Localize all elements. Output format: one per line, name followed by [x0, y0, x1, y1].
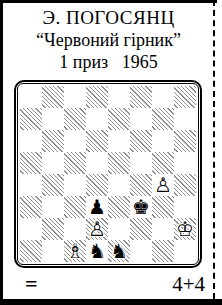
page-border-bottom [0, 299, 222, 305]
stipulation-result: = [25, 271, 38, 297]
board-square-g1 [152, 240, 174, 262]
board-square-b2 [42, 218, 64, 240]
board-square-d1: ♞ [86, 240, 108, 262]
material-count: 4+4 [172, 272, 205, 297]
board-square-a4 [20, 174, 42, 196]
piece-white-king-h2: ♔ [174, 218, 196, 240]
board-square-g4: ♙ [152, 174, 174, 196]
board-square-h7 [174, 108, 196, 130]
board-square-a3 [20, 196, 42, 218]
board-square-e3 [108, 196, 130, 218]
award-line: 1 приз 1965 [3, 51, 214, 73]
board-square-a7 [20, 108, 42, 130]
board-square-c5 [64, 152, 86, 174]
board-square-d3: ♟ [86, 196, 108, 218]
board-square-f2 [130, 218, 152, 240]
board-square-a1 [20, 240, 42, 262]
board-square-f5 [130, 152, 152, 174]
board-square-b1 [42, 240, 64, 262]
piece-black-knight-e1: ♞ [108, 240, 130, 262]
page-scan: Э. ПОГОСЯНЦ “Червоний гірник” 1 приз 196… [0, 0, 222, 305]
board-square-d5 [86, 152, 108, 174]
board-square-g3 [152, 196, 174, 218]
board-square-a5 [20, 152, 42, 174]
board-square-e8 [108, 86, 130, 108]
board-square-a2 [20, 218, 42, 240]
piece-white-bishop-c1: ♗ [64, 240, 86, 262]
source-title: “Червоний гірник” [3, 29, 214, 51]
board-square-g7 [152, 108, 174, 130]
board-square-h3 [174, 196, 196, 218]
board-square-c8 [64, 86, 86, 108]
board-square-h4 [174, 174, 196, 196]
board-square-c6 [64, 130, 86, 152]
board-square-g6 [152, 130, 174, 152]
diagram-header: Э. ПОГОСЯНЦ “Червоний гірник” 1 приз 196… [3, 7, 214, 73]
board-square-b4 [42, 174, 64, 196]
board-square-b5 [42, 152, 64, 174]
board-square-h5 [174, 152, 196, 174]
board-square-f1 [130, 240, 152, 262]
board-square-d4 [86, 174, 108, 196]
board-square-g2 [152, 218, 174, 240]
page-border-top [0, 0, 217, 3]
board-square-e1: ♞ [108, 240, 130, 262]
piece-black-king-f3: ♚ [130, 196, 152, 218]
board-square-h8 [174, 86, 196, 108]
board-square-c4 [64, 174, 86, 196]
board-square-b3 [42, 196, 64, 218]
stipulation-row: = 4+4 [3, 271, 214, 297]
board-square-c1: ♗ [64, 240, 86, 262]
board-square-e7 [108, 108, 130, 130]
board-square-d2: ♙ [86, 218, 108, 240]
board-square-c3 [64, 196, 86, 218]
board-square-e6 [108, 130, 130, 152]
board-square-c7 [64, 108, 86, 130]
board-square-h2: ♔ [174, 218, 196, 240]
board-square-a8 [20, 86, 42, 108]
board-square-c2 [64, 218, 86, 240]
board-square-e5 [108, 152, 130, 174]
board-square-e4 [108, 174, 130, 196]
chessboard: ♙♟♚♙♔♗♞♞ [20, 86, 196, 262]
piece-white-pawn-g4: ♙ [152, 174, 174, 196]
board-square-h1 [174, 240, 196, 262]
chessboard-frame: ♙♟♚♙♔♗♞♞ [14, 80, 202, 268]
composer-name: Э. ПОГОСЯНЦ [3, 7, 214, 29]
board-square-d6 [86, 130, 108, 152]
board-square-f3: ♚ [130, 196, 152, 218]
board-square-d7 [86, 108, 108, 130]
board-square-f6 [130, 130, 152, 152]
board-square-g8 [152, 86, 174, 108]
board-square-b6 [42, 130, 64, 152]
piece-black-knight-d1: ♞ [86, 240, 108, 262]
board-square-d8 [86, 86, 108, 108]
board-square-h6 [174, 130, 196, 152]
board-square-g5 [152, 152, 174, 174]
piece-black-pawn-d3: ♟ [86, 196, 108, 218]
board-square-a6 [20, 130, 42, 152]
board-square-e2 [108, 218, 130, 240]
board-square-f4 [130, 174, 152, 196]
board-square-b7 [42, 108, 64, 130]
board-square-f8 [130, 86, 152, 108]
board-square-b8 [42, 86, 64, 108]
chessboard-inner-frame: ♙♟♚♙♔♗♞♞ [17, 83, 199, 265]
board-square-f7 [130, 108, 152, 130]
piece-white-pawn-d2: ♙ [86, 218, 108, 240]
